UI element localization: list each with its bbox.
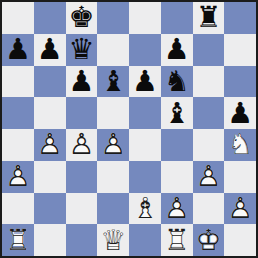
square-g1[interactable]: ♚♔ (193, 224, 225, 256)
square-e1[interactable] (129, 224, 161, 256)
white-piece-outline-glyph: ♙ (161, 193, 193, 225)
square-b6[interactable] (34, 66, 66, 98)
chess-board-grid: ♚♜♟♟♛♟♟♝♟♞♝♟♟♙♟♙♟♙♞♘♟♙♟♙♝♗♟♙♟♙♜♖♛♕♜♖♚♔ (2, 2, 256, 256)
square-b2[interactable] (34, 193, 66, 225)
piece-black-pawn-f7[interactable]: ♟ (161, 34, 193, 66)
square-h4[interactable]: ♞♘ (224, 129, 256, 161)
black-piece-glyph: ♟ (34, 34, 66, 66)
square-a3[interactable]: ♟♙ (2, 161, 34, 193)
square-h6[interactable] (224, 66, 256, 98)
square-c6[interactable]: ♟ (66, 66, 98, 98)
square-c5[interactable] (66, 97, 98, 129)
square-b8[interactable] (34, 2, 66, 34)
white-piece-fill-glyph: ♟ (66, 129, 98, 161)
white-piece-fill-glyph: ♟ (97, 129, 129, 161)
white-piece-outline-glyph: ♙ (193, 161, 225, 193)
square-e2[interactable]: ♝♗ (129, 193, 161, 225)
white-piece-fill-glyph: ♚ (193, 224, 225, 256)
square-b7[interactable]: ♟ (34, 34, 66, 66)
piece-black-pawn-h5[interactable]: ♟ (224, 97, 256, 129)
square-b3[interactable] (34, 161, 66, 193)
square-h8[interactable] (224, 2, 256, 34)
square-d8[interactable] (97, 2, 129, 34)
square-e4[interactable] (129, 129, 161, 161)
square-f8[interactable] (161, 2, 193, 34)
white-piece-fill-glyph: ♞ (224, 129, 256, 161)
piece-white-pawn-g3[interactable]: ♟♙ (193, 161, 225, 193)
white-piece-fill-glyph: ♟ (224, 193, 256, 225)
square-c8[interactable]: ♚ (66, 2, 98, 34)
square-g7[interactable] (193, 34, 225, 66)
square-d4[interactable]: ♟♙ (97, 129, 129, 161)
white-piece-outline-glyph: ♙ (2, 161, 34, 193)
piece-white-rook-a1[interactable]: ♜♖ (2, 224, 34, 256)
piece-white-pawn-h2[interactable]: ♟♙ (224, 193, 256, 225)
square-e7[interactable] (129, 34, 161, 66)
square-f2[interactable]: ♟♙ (161, 193, 193, 225)
piece-black-king-c8[interactable]: ♚ (66, 2, 98, 34)
square-g3[interactable]: ♟♙ (193, 161, 225, 193)
piece-white-bishop-e2[interactable]: ♝♗ (129, 193, 161, 225)
piece-black-bishop-f5[interactable]: ♝ (161, 97, 193, 129)
piece-black-pawn-a7[interactable]: ♟ (2, 34, 34, 66)
black-piece-glyph: ♟ (224, 97, 256, 129)
white-piece-fill-glyph: ♟ (193, 161, 225, 193)
square-d6[interactable]: ♝ (97, 66, 129, 98)
square-d2[interactable] (97, 193, 129, 225)
piece-black-pawn-e6[interactable]: ♟ (129, 66, 161, 98)
white-piece-outline-glyph: ♙ (97, 129, 129, 161)
square-f1[interactable]: ♜♖ (161, 224, 193, 256)
piece-white-pawn-d4[interactable]: ♟♙ (97, 129, 129, 161)
white-piece-outline-glyph: ♙ (34, 129, 66, 161)
square-b4[interactable]: ♟♙ (34, 129, 66, 161)
piece-white-pawn-c4[interactable]: ♟♙ (66, 129, 98, 161)
piece-white-queen-d1[interactable]: ♛♕ (97, 224, 129, 256)
black-piece-glyph: ♝ (161, 97, 193, 129)
square-f3[interactable] (161, 161, 193, 193)
square-h7[interactable] (224, 34, 256, 66)
square-c4[interactable]: ♟♙ (66, 129, 98, 161)
black-piece-glyph: ♛ (66, 34, 98, 66)
piece-black-rook-g8[interactable]: ♜ (193, 2, 225, 34)
black-piece-glyph: ♟ (2, 34, 34, 66)
square-h2[interactable]: ♟♙ (224, 193, 256, 225)
white-piece-fill-glyph: ♟ (161, 193, 193, 225)
white-piece-fill-glyph: ♜ (2, 224, 34, 256)
piece-black-bishop-d6[interactable]: ♝ (97, 66, 129, 98)
white-piece-outline-glyph: ♙ (224, 193, 256, 225)
square-h3[interactable] (224, 161, 256, 193)
square-d1[interactable]: ♛♕ (97, 224, 129, 256)
piece-black-queen-c7[interactable]: ♛ (66, 34, 98, 66)
white-piece-outline-glyph: ♙ (66, 129, 98, 161)
piece-white-pawn-b4[interactable]: ♟♙ (34, 129, 66, 161)
square-a8[interactable] (2, 2, 34, 34)
black-piece-glyph: ♟ (66, 66, 98, 98)
white-piece-fill-glyph: ♜ (161, 224, 193, 256)
square-c7[interactable]: ♛ (66, 34, 98, 66)
square-h1[interactable] (224, 224, 256, 256)
square-g8[interactable]: ♜ (193, 2, 225, 34)
square-f6[interactable]: ♞ (161, 66, 193, 98)
square-a4[interactable] (2, 129, 34, 161)
square-d7[interactable] (97, 34, 129, 66)
square-c2[interactable] (66, 193, 98, 225)
white-piece-fill-glyph: ♟ (2, 161, 34, 193)
square-a5[interactable] (2, 97, 34, 129)
black-piece-glyph: ♝ (97, 66, 129, 98)
piece-white-king-g1[interactable]: ♚♔ (193, 224, 225, 256)
square-a7[interactable]: ♟ (2, 34, 34, 66)
square-g2[interactable] (193, 193, 225, 225)
piece-white-rook-f1[interactable]: ♜♖ (161, 224, 193, 256)
square-e8[interactable] (129, 2, 161, 34)
piece-white-knight-h4[interactable]: ♞♘ (224, 129, 256, 161)
square-a2[interactable] (2, 193, 34, 225)
black-piece-glyph: ♟ (129, 66, 161, 98)
black-piece-glyph: ♚ (66, 2, 98, 34)
square-f5[interactable]: ♝ (161, 97, 193, 129)
chess-board: ♚♜♟♟♛♟♟♝♟♞♝♟♟♙♟♙♟♙♞♘♟♙♟♙♝♗♟♙♟♙♜♖♛♕♜♖♚♔ (0, 0, 258, 258)
square-e5[interactable] (129, 97, 161, 129)
black-piece-glyph: ♟ (161, 34, 193, 66)
square-a1[interactable]: ♜♖ (2, 224, 34, 256)
white-piece-outline-glyph: ♘ (224, 129, 256, 161)
square-h5[interactable]: ♟ (224, 97, 256, 129)
white-piece-outline-glyph: ♔ (193, 224, 225, 256)
square-b5[interactable] (34, 97, 66, 129)
piece-white-pawn-f2[interactable]: ♟♙ (161, 193, 193, 225)
square-e6[interactable]: ♟ (129, 66, 161, 98)
white-piece-fill-glyph: ♛ (97, 224, 129, 256)
black-piece-glyph: ♞ (161, 66, 193, 98)
black-piece-glyph: ♜ (193, 2, 225, 34)
square-b1[interactable] (34, 224, 66, 256)
piece-white-pawn-a3[interactable]: ♟♙ (2, 161, 34, 193)
white-piece-outline-glyph: ♗ (129, 193, 161, 225)
square-e3[interactable] (129, 161, 161, 193)
square-g4[interactable] (193, 129, 225, 161)
square-d3[interactable] (97, 161, 129, 193)
square-g6[interactable] (193, 66, 225, 98)
square-c3[interactable] (66, 161, 98, 193)
piece-black-knight-f6[interactable]: ♞ (161, 66, 193, 98)
white-piece-outline-glyph: ♖ (161, 224, 193, 256)
white-piece-outline-glyph: ♖ (2, 224, 34, 256)
square-f7[interactable]: ♟ (161, 34, 193, 66)
white-piece-fill-glyph: ♟ (34, 129, 66, 161)
square-g5[interactable] (193, 97, 225, 129)
piece-black-pawn-c6[interactable]: ♟ (66, 66, 98, 98)
square-d5[interactable] (97, 97, 129, 129)
piece-black-pawn-b7[interactable]: ♟ (34, 34, 66, 66)
square-f4[interactable] (161, 129, 193, 161)
white-piece-outline-glyph: ♕ (97, 224, 129, 256)
square-c1[interactable] (66, 224, 98, 256)
white-piece-fill-glyph: ♝ (129, 193, 161, 225)
square-a6[interactable] (2, 66, 34, 98)
